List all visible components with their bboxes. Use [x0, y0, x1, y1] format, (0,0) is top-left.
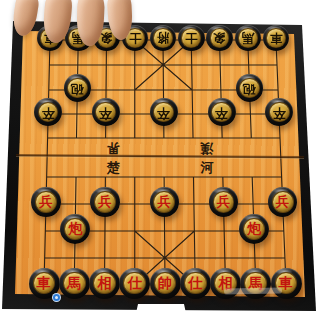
finger-2	[42, 0, 73, 44]
finger-4	[107, 0, 134, 41]
watermark-text-blur	[224, 287, 282, 294]
product-photo-stage: 界漢楚河 車馬象士將士象馬車砲砲卒卒卒卒卒兵兵兵兵兵炮炮車馬相仕帥仕相馬車	[0, 0, 320, 320]
finger-3	[76, 0, 105, 46]
watermark-logo	[52, 293, 61, 302]
hand	[0, 0, 320, 320]
finger-1	[11, 0, 41, 38]
